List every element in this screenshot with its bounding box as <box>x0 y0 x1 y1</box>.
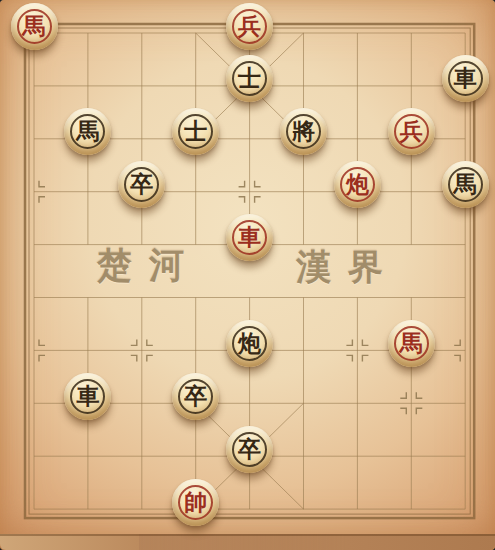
piece-black-chariot[interactable]: 車 <box>442 55 489 102</box>
piece-black-soldier[interactable]: 卒 <box>226 426 273 473</box>
river-label-han-jie: 漢界 <box>296 244 400 291</box>
piece-glyph: 馬 <box>23 14 46 37</box>
piece-black-horse[interactable]: 馬 <box>442 161 489 208</box>
piece-glyph: 士 <box>238 66 261 89</box>
piece-black-soldier[interactable]: 卒 <box>172 373 219 420</box>
piece-glyph: 士 <box>184 119 207 142</box>
piece-red-horse[interactable]: 馬 <box>388 320 435 367</box>
piece-glyph: 車 <box>76 384 99 407</box>
piece-black-chariot[interactable]: 車 <box>64 373 111 420</box>
piece-glyph: 帥 <box>184 490 207 513</box>
piece-glyph: 炮 <box>346 172 369 195</box>
piece-glyph: 馬 <box>400 331 423 354</box>
piece-glyph: 馬 <box>454 172 477 195</box>
piece-glyph: 兵 <box>400 119 423 142</box>
piece-red-cannon[interactable]: 炮 <box>334 161 381 208</box>
piece-red-horse[interactable]: 馬 <box>11 3 58 50</box>
piece-glyph: 馬 <box>76 119 99 142</box>
piece-glyph: 將 <box>292 119 315 142</box>
xiangqi-board: 楚河 漢界 馬兵士車馬士將兵卒炮馬車炮馬車卒卒帥 <box>0 0 495 550</box>
piece-glyph: 炮 <box>238 331 261 354</box>
piece-black-general[interactable]: 將 <box>280 108 327 155</box>
piece-red-general[interactable]: 帥 <box>172 479 219 526</box>
piece-red-soldier[interactable]: 兵 <box>388 108 435 155</box>
board-bottom-edge <box>0 534 495 550</box>
piece-glyph: 卒 <box>130 172 153 195</box>
piece-red-soldier[interactable]: 兵 <box>226 3 273 50</box>
piece-glyph: 兵 <box>238 14 261 37</box>
piece-glyph: 卒 <box>238 437 261 460</box>
river-label-chu-he: 楚河 <box>97 242 201 289</box>
piece-glyph: 卒 <box>184 384 207 407</box>
piece-glyph: 車 <box>454 66 477 89</box>
piece-black-cannon[interactable]: 炮 <box>226 320 273 367</box>
piece-red-chariot[interactable]: 車 <box>226 214 273 261</box>
piece-glyph: 車 <box>238 225 261 248</box>
